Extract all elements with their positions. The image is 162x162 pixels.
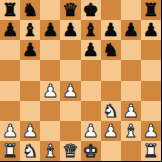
black-pawn-piece[interactable]: ♟ [22,41,38,59]
white-bishop-piece[interactable]: ♝ [42,141,58,159]
white-king-piece[interactable]: ♚ [82,141,98,159]
black-king-piece[interactable]: ♚ [82,1,98,19]
square-g2[interactable]: ♝ [121,121,141,141]
square-b2[interactable]: ♟ [20,121,40,141]
square-c5[interactable] [40,60,60,80]
square-c7[interactable]: ♟ [40,20,60,40]
black-pawn-piece[interactable]: ♟ [82,41,98,59]
white-knight-piece[interactable]: ♞ [22,141,38,159]
black-pawn-piece[interactable]: ♟ [123,21,139,39]
black-pawn-piece[interactable]: ♟ [42,21,58,39]
black-bishop-piece[interactable]: ♝ [22,21,38,39]
square-d1[interactable]: ♛ [60,141,80,161]
square-d2[interactable] [60,121,80,141]
square-e3[interactable] [81,101,101,121]
square-d6[interactable] [60,40,80,60]
square-f4[interactable] [101,81,121,101]
square-h4[interactable] [141,81,161,101]
square-h7[interactable]: ♟ [141,20,161,40]
square-d7[interactable]: ♟ [60,20,80,40]
square-g4[interactable] [121,81,141,101]
white-pawn-piece[interactable]: ♟ [82,121,98,139]
black-pawn-piece[interactable]: ♟ [143,21,159,39]
square-c1[interactable]: ♝ [40,141,60,161]
white-pawn-piece[interactable]: ♟ [62,81,78,99]
square-b6[interactable]: ♟ [20,40,40,60]
square-c4[interactable]: ♟ [40,81,60,101]
black-pawn-piece[interactable]: ♟ [62,21,78,39]
square-a3[interactable] [0,101,20,121]
square-d5[interactable] [60,60,80,80]
square-b4[interactable] [20,81,40,101]
black-rook-piece[interactable]: ♜ [2,1,18,19]
square-h1[interactable]: ♜ [141,141,161,161]
square-b1[interactable]: ♞ [20,141,40,161]
white-pawn-piece[interactable]: ♟ [42,81,58,99]
square-f7[interactable]: ♟ [101,20,121,40]
square-f2[interactable]: ♟ [101,121,121,141]
white-knight-piece[interactable]: ♞ [103,101,119,119]
square-a5[interactable] [0,60,20,80]
white-pawn-piece[interactable]: ♟ [2,121,18,139]
square-b5[interactable] [20,60,40,80]
square-f6[interactable]: ♞ [101,40,121,60]
square-g3[interactable]: ♟ [121,101,141,121]
square-f1[interactable] [101,141,121,161]
white-rook-piece[interactable]: ♜ [143,141,159,159]
square-g1[interactable] [121,141,141,161]
square-g5[interactable] [121,60,141,80]
chess-board: ♜♞♛♚♜♟♝♟♟♝♟♟♟♟♟♞♟♟♞♟♟♟♟♟♝♟♜♞♝♛♚♜ [0,0,162,162]
square-h8[interactable]: ♜ [141,0,161,20]
square-h5[interactable] [141,60,161,80]
white-bishop-piece[interactable]: ♝ [123,121,139,139]
square-e7[interactable]: ♝ [81,20,101,40]
square-b8[interactable]: ♞ [20,0,40,20]
square-f8[interactable] [101,0,121,20]
square-e5[interactable] [81,60,101,80]
white-queen-piece[interactable]: ♛ [62,141,78,159]
square-a6[interactable] [0,40,20,60]
square-c2[interactable] [40,121,60,141]
square-d4[interactable]: ♟ [60,81,80,101]
black-knight-piece[interactable]: ♞ [22,1,38,19]
square-d3[interactable] [60,101,80,121]
black-pawn-piece[interactable]: ♟ [2,21,18,39]
white-pawn-piece[interactable]: ♟ [22,121,38,139]
square-c6[interactable] [40,40,60,60]
square-b7[interactable]: ♝ [20,20,40,40]
square-a4[interactable] [0,81,20,101]
black-bishop-piece[interactable]: ♝ [82,21,98,39]
square-a2[interactable]: ♟ [0,121,20,141]
square-h2[interactable]: ♟ [141,121,161,141]
square-e8[interactable]: ♚ [81,0,101,20]
square-b3[interactable] [20,101,40,121]
black-rook-piece[interactable]: ♜ [143,1,159,19]
square-a7[interactable]: ♟ [0,20,20,40]
square-g8[interactable] [121,0,141,20]
square-g7[interactable]: ♟ [121,20,141,40]
square-h6[interactable] [141,40,161,60]
square-e1[interactable]: ♚ [81,141,101,161]
square-g6[interactable] [121,40,141,60]
white-pawn-piece[interactable]: ♟ [143,121,159,139]
square-e4[interactable] [81,81,101,101]
black-pawn-piece[interactable]: ♟ [103,21,119,39]
square-e2[interactable]: ♟ [81,121,101,141]
square-h3[interactable] [141,101,161,121]
white-pawn-piece[interactable]: ♟ [103,121,119,139]
square-a8[interactable]: ♜ [0,0,20,20]
black-queen-piece[interactable]: ♛ [62,1,78,19]
black-knight-piece[interactable]: ♞ [103,41,119,59]
square-c3[interactable] [40,101,60,121]
square-e6[interactable]: ♟ [81,40,101,60]
square-f5[interactable] [101,60,121,80]
square-f3[interactable]: ♞ [101,101,121,121]
square-a1[interactable]: ♜ [0,141,20,161]
chess-board-container: ♜♞♛♚♜♟♝♟♟♝♟♟♟♟♟♞♟♟♞♟♟♟♟♟♝♟♜♞♝♛♚♜ [0,0,162,162]
square-c8[interactable] [40,0,60,20]
square-d8[interactable]: ♛ [60,0,80,20]
white-rook-piece[interactable]: ♜ [2,141,18,159]
white-pawn-piece[interactable]: ♟ [123,101,139,119]
